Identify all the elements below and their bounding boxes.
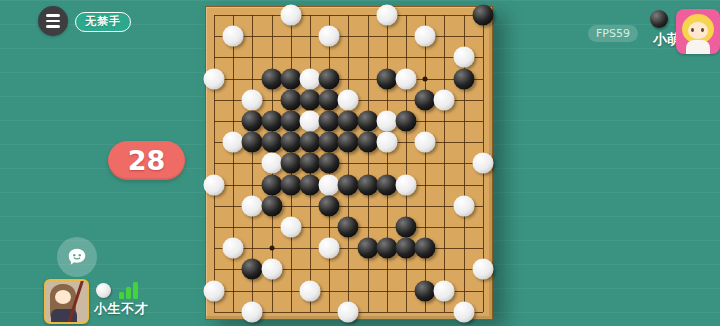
- stone-black: [396, 111, 417, 132]
- stone-black: [319, 111, 340, 132]
- stone-white: [280, 217, 301, 238]
- stone-white: [396, 68, 417, 89]
- stone-white: [300, 111, 321, 132]
- stone-white: [280, 5, 301, 26]
- stone-white: [415, 26, 436, 47]
- stone-black: [242, 259, 263, 280]
- stone-white: [300, 68, 321, 89]
- stone-white: [453, 47, 474, 68]
- chat-smiley-icon: [66, 246, 88, 268]
- player-bottom-avatar[interactable]: [44, 279, 89, 324]
- stone-black: [472, 5, 493, 26]
- stone-black: [319, 132, 340, 153]
- player-top-avatar[interactable]: [676, 9, 720, 54]
- menu-button[interactable]: [38, 6, 68, 36]
- stone-black: [453, 68, 474, 89]
- stone-white: [319, 26, 340, 47]
- stone-black: [338, 111, 359, 132]
- stone-white: [204, 174, 225, 195]
- stone-black: [300, 174, 321, 195]
- stone-black: [338, 132, 359, 153]
- stone-black: [376, 68, 397, 89]
- star-point: [269, 246, 274, 251]
- stone-white: [319, 238, 340, 259]
- stone-white: [472, 259, 493, 280]
- grid-line-horizontal: [214, 163, 483, 164]
- grid-line-horizontal: [214, 36, 483, 37]
- stone-white: [261, 259, 282, 280]
- avatar-face: [55, 290, 71, 304]
- stone-white: [319, 174, 340, 195]
- stone-white: [300, 280, 321, 301]
- stone-white: [223, 26, 244, 47]
- stone-white: [223, 132, 244, 153]
- grid-line-horizontal: [214, 57, 483, 58]
- stone-white: [204, 280, 225, 301]
- stone-white: [396, 174, 417, 195]
- stone-black: [300, 132, 321, 153]
- stone-black: [357, 132, 378, 153]
- stone-black: [319, 195, 340, 216]
- counter-pill: 28: [108, 141, 185, 180]
- gomoku-board[interactable]: [205, 6, 493, 320]
- stone-black: [242, 132, 263, 153]
- stone-white: [338, 301, 359, 322]
- stone-black: [280, 132, 301, 153]
- stone-black: [280, 89, 301, 110]
- stone-black: [280, 68, 301, 89]
- stone-black: [376, 238, 397, 259]
- stone-black: [261, 68, 282, 89]
- stone-white: [453, 195, 474, 216]
- stone-black: [357, 111, 378, 132]
- stone-white: [376, 5, 397, 26]
- stone-white: [376, 111, 397, 132]
- stone-black: [261, 111, 282, 132]
- stone-black: [338, 174, 359, 195]
- stone-black: [357, 174, 378, 195]
- stone-black: [376, 174, 397, 195]
- stone-white: [242, 89, 263, 110]
- counter-value: 28: [128, 145, 166, 176]
- stone-white: [338, 89, 359, 110]
- stone-white: [434, 89, 455, 110]
- black-stone-icon: [650, 10, 668, 28]
- stone-black: [261, 174, 282, 195]
- hamburger-icon: [46, 14, 60, 17]
- stone-white: [415, 132, 436, 153]
- stone-white: [434, 280, 455, 301]
- player-bottom-name: 小生不才: [94, 300, 148, 318]
- rule-badge: 无禁手: [75, 12, 131, 32]
- stone-black: [415, 89, 436, 110]
- stone-white: [261, 153, 282, 174]
- stone-black: [415, 280, 436, 301]
- avatar-body: [686, 40, 710, 54]
- stone-black: [261, 195, 282, 216]
- white-stone-icon: [96, 283, 111, 298]
- star-point: [423, 76, 428, 81]
- stone-black: [242, 111, 263, 132]
- stone-white: [453, 301, 474, 322]
- stone-white: [204, 68, 225, 89]
- stone-white: [223, 238, 244, 259]
- stone-black: [319, 153, 340, 174]
- stone-black: [415, 238, 436, 259]
- stone-white: [376, 132, 397, 153]
- stone-white: [472, 153, 493, 174]
- stone-black: [357, 238, 378, 259]
- grid-line-horizontal: [214, 79, 483, 80]
- grid-line-horizontal: [214, 15, 483, 16]
- stone-black: [338, 217, 359, 238]
- stone-black: [280, 174, 301, 195]
- stone-black: [261, 132, 282, 153]
- signal-bars-icon: [119, 281, 141, 299]
- grid-line-horizontal: [214, 248, 483, 249]
- stone-black: [300, 89, 321, 110]
- stone-black: [396, 217, 417, 238]
- stone-black: [319, 89, 340, 110]
- stone-white: [242, 195, 263, 216]
- stone-white: [242, 301, 263, 322]
- stone-black: [300, 153, 321, 174]
- stone-black: [280, 153, 301, 174]
- stone-black: [280, 111, 301, 132]
- stone-black: [319, 68, 340, 89]
- stone-black: [396, 238, 417, 259]
- game-screen: 无禁手 28 FPS59 小萌新 小生不才: [0, 0, 720, 326]
- chat-emote-button[interactable]: [57, 237, 97, 277]
